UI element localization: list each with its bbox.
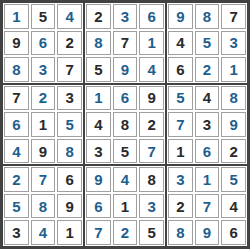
cell-r5c8[interactable]: 3 (195, 112, 220, 137)
cell-r3c9[interactable]: 1 (221, 57, 246, 82)
cell-r3c8[interactable]: 2 (195, 57, 220, 82)
cell-r3c4[interactable]: 5 (86, 57, 111, 82)
cell-r9c5[interactable]: 2 (113, 220, 138, 245)
cell-r8c5[interactable]: 1 (113, 194, 138, 219)
cell-r5c2[interactable]: 1 (31, 112, 56, 137)
cell-r5c6[interactable]: 2 (139, 112, 164, 137)
cell-r6c1[interactable]: 4 (4, 139, 29, 164)
cell-r6c7[interactable]: 1 (168, 139, 193, 164)
cell-r3c2[interactable]: 3 (31, 57, 56, 82)
cell-r4c5[interactable]: 6 (113, 86, 138, 111)
cell-r9c8[interactable]: 9 (195, 220, 220, 245)
cell-r6c3[interactable]: 8 (57, 139, 82, 164)
cell-r6c4[interactable]: 3 (86, 139, 111, 164)
cell-r1c8[interactable]: 8 (195, 4, 220, 29)
cell-r9c3[interactable]: 1 (57, 220, 82, 245)
cell-r3c5[interactable]: 9 (113, 57, 138, 82)
cell-r2c9[interactable]: 3 (221, 31, 246, 56)
cell-r7c8[interactable]: 1 (195, 167, 220, 192)
sudoku-box-6: 548739162 (166, 84, 248, 166)
cell-r3c6[interactable]: 4 (139, 57, 164, 82)
cell-r4c8[interactable]: 4 (195, 86, 220, 111)
cell-r6c5[interactable]: 5 (113, 139, 138, 164)
cell-r5c9[interactable]: 9 (221, 112, 246, 137)
cell-r4c4[interactable]: 1 (86, 86, 111, 111)
cell-r2c5[interactable]: 7 (113, 31, 138, 56)
cell-r9c1[interactable]: 3 (4, 220, 29, 245)
cell-r8c2[interactable]: 8 (31, 194, 56, 219)
cell-r9c4[interactable]: 7 (86, 220, 111, 245)
cell-r4c7[interactable]: 5 (168, 86, 193, 111)
cell-r7c5[interactable]: 4 (113, 167, 138, 192)
cell-r5c3[interactable]: 5 (57, 112, 82, 137)
cell-r2c6[interactable]: 1 (139, 31, 164, 56)
cell-r1c2[interactable]: 5 (31, 4, 56, 29)
cell-r8c6[interactable]: 3 (139, 194, 164, 219)
cell-r2c3[interactable]: 2 (57, 31, 82, 56)
cell-r5c4[interactable]: 4 (86, 112, 111, 137)
sudoku-box-5: 169482357 (84, 84, 166, 166)
sudoku-box-7: 276589341 (2, 165, 84, 247)
cell-r1c1[interactable]: 1 (4, 4, 29, 29)
cell-r6c8[interactable]: 6 (195, 139, 220, 164)
cell-r4c2[interactable]: 2 (31, 86, 56, 111)
cell-r2c8[interactable]: 5 (195, 31, 220, 56)
cell-r7c7[interactable]: 3 (168, 167, 193, 192)
cell-r7c3[interactable]: 6 (57, 167, 82, 192)
cell-r8c4[interactable]: 6 (86, 194, 111, 219)
cell-r4c1[interactable]: 7 (4, 86, 29, 111)
cell-r7c9[interactable]: 5 (221, 167, 246, 192)
cell-r9c2[interactable]: 4 (31, 220, 56, 245)
cell-r6c9[interactable]: 2 (221, 139, 246, 164)
cell-r2c7[interactable]: 4 (168, 31, 193, 56)
cell-r6c2[interactable]: 9 (31, 139, 56, 164)
sudoku-box-9: 315274896 (166, 165, 248, 247)
cell-r3c7[interactable]: 6 (168, 57, 193, 82)
sudoku-box-2: 236871594 (84, 2, 166, 84)
sudoku-box-1: 154962837 (2, 2, 84, 84)
cell-r1c4[interactable]: 2 (86, 4, 111, 29)
cell-r1c7[interactable]: 9 (168, 4, 193, 29)
cell-r2c4[interactable]: 8 (86, 31, 111, 56)
cell-r9c6[interactable]: 5 (139, 220, 164, 245)
cell-r1c6[interactable]: 6 (139, 4, 164, 29)
cell-r1c9[interactable]: 7 (221, 4, 246, 29)
sudoku-box-8: 948613725 (84, 165, 166, 247)
cell-r3c3[interactable]: 7 (57, 57, 82, 82)
cell-r2c1[interactable]: 9 (4, 31, 29, 56)
cell-r8c7[interactable]: 2 (168, 194, 193, 219)
cell-r8c8[interactable]: 7 (195, 194, 220, 219)
cell-r7c2[interactable]: 7 (31, 167, 56, 192)
cell-r3c1[interactable]: 8 (4, 57, 29, 82)
cell-r5c5[interactable]: 8 (113, 112, 138, 137)
cell-r7c6[interactable]: 8 (139, 167, 164, 192)
cell-r9c7[interactable]: 8 (168, 220, 193, 245)
cell-r8c9[interactable]: 4 (221, 194, 246, 219)
cell-r8c1[interactable]: 5 (4, 194, 29, 219)
cell-r4c6[interactable]: 9 (139, 86, 164, 111)
cell-r9c9[interactable]: 6 (221, 220, 246, 245)
cell-r1c5[interactable]: 3 (113, 4, 138, 29)
sudoku-box-3: 987453621 (166, 2, 248, 84)
cell-r7c1[interactable]: 2 (4, 167, 29, 192)
cell-r2c2[interactable]: 6 (31, 31, 56, 56)
cell-r7c4[interactable]: 9 (86, 167, 111, 192)
sudoku-box-4: 723615498 (2, 84, 84, 166)
cell-r1c3[interactable]: 4 (57, 4, 82, 29)
cell-r8c3[interactable]: 9 (57, 194, 82, 219)
cell-r4c9[interactable]: 8 (221, 86, 246, 111)
sudoku-board: 1549628372368715949874536217236154981694… (0, 0, 250, 249)
cell-r4c3[interactable]: 3 (57, 86, 82, 111)
cell-r5c1[interactable]: 6 (4, 112, 29, 137)
cell-r5c7[interactable]: 7 (168, 112, 193, 137)
cell-r6c6[interactable]: 7 (139, 139, 164, 164)
